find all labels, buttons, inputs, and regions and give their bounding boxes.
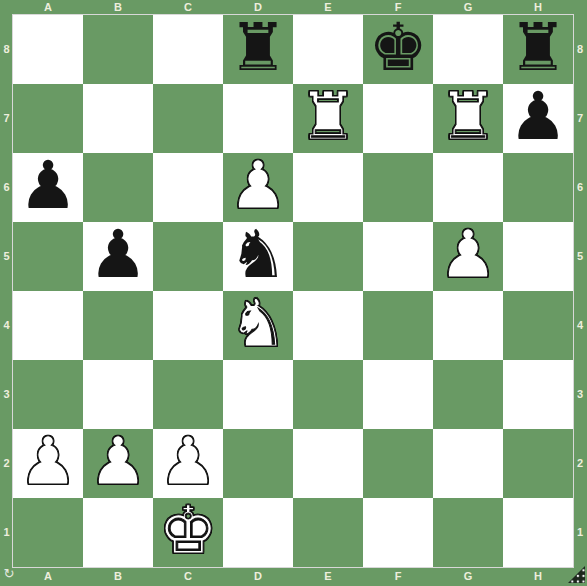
square-e2[interactable] (293, 429, 363, 498)
piece-white-pawn[interactable]: ♟ (228, 153, 287, 219)
square-a7[interactable] (13, 84, 83, 153)
file-label-bottom-h: H (503, 567, 573, 586)
file-label-top-b: B (83, 0, 153, 15)
square-f2[interactable] (363, 429, 433, 498)
rank-labels-left: 87654321 (0, 15, 13, 567)
square-a4[interactable] (13, 291, 83, 360)
rank-label-left-7: 7 (0, 84, 13, 153)
square-c3[interactable] (153, 360, 223, 429)
square-d5[interactable]: ♞ (223, 222, 293, 291)
square-g8[interactable] (433, 15, 503, 84)
square-h2[interactable] (503, 429, 573, 498)
square-a1[interactable] (13, 498, 83, 567)
square-a5[interactable] (13, 222, 83, 291)
square-c6[interactable] (153, 153, 223, 222)
file-label-bottom-b: B (83, 567, 153, 586)
piece-white-pawn[interactable]: ♟ (18, 429, 77, 495)
square-g5[interactable]: ♟ (433, 222, 503, 291)
rank-label-right-8: 8 (573, 15, 587, 84)
square-e6[interactable] (293, 153, 363, 222)
square-f5[interactable] (363, 222, 433, 291)
square-a2[interactable]: ♟ (13, 429, 83, 498)
piece-white-rook[interactable]: ♜ (298, 84, 357, 150)
file-label-top-e: E (293, 0, 363, 15)
file-label-bottom-g: G (433, 567, 503, 586)
square-h4[interactable] (503, 291, 573, 360)
square-b4[interactable] (83, 291, 153, 360)
rank-label-left-5: 5 (0, 222, 13, 291)
square-e3[interactable] (293, 360, 363, 429)
rank-labels-right: 87654321 (573, 15, 587, 567)
square-e1[interactable] (293, 498, 363, 567)
rank-label-right-3: 3 (573, 360, 587, 429)
piece-white-king[interactable]: ♚ (158, 498, 217, 564)
square-b2[interactable]: ♟ (83, 429, 153, 498)
square-e5[interactable] (293, 222, 363, 291)
rank-label-right-1: 1 (573, 498, 587, 567)
square-a8[interactable] (13, 15, 83, 84)
piece-black-pawn[interactable]: ♟ (18, 153, 77, 219)
square-a6[interactable]: ♟ (13, 153, 83, 222)
square-f1[interactable] (363, 498, 433, 567)
square-c8[interactable] (153, 15, 223, 84)
square-e7[interactable]: ♜ (293, 84, 363, 153)
piece-black-pawn[interactable]: ♟ (508, 84, 567, 150)
square-d3[interactable] (223, 360, 293, 429)
square-g3[interactable] (433, 360, 503, 429)
rank-label-left-1: 1 (0, 498, 13, 567)
square-h7[interactable]: ♟ (503, 84, 573, 153)
square-c5[interactable] (153, 222, 223, 291)
piece-white-rook[interactable]: ♜ (438, 84, 497, 150)
rotate-board-icon[interactable]: ↻ (2, 566, 16, 582)
file-label-bottom-a: A (13, 567, 83, 586)
square-f6[interactable] (363, 153, 433, 222)
square-g2[interactable] (433, 429, 503, 498)
piece-black-rook[interactable]: ♜ (228, 15, 287, 81)
rank-label-left-8: 8 (0, 15, 13, 84)
rank-label-right-7: 7 (573, 84, 587, 153)
square-a3[interactable] (13, 360, 83, 429)
piece-white-pawn[interactable]: ♟ (88, 429, 147, 495)
chess-app-window: ABCDEFGH 87654321 ♜♚♜♜♜♟♟♟♟♞♟♞♟♟♟♚ 87654… (0, 0, 587, 586)
piece-white-pawn[interactable]: ♟ (158, 429, 217, 495)
file-label-top-g: G (433, 0, 503, 15)
square-h5[interactable] (503, 222, 573, 291)
square-g7[interactable]: ♜ (433, 84, 503, 153)
square-g1[interactable] (433, 498, 503, 567)
rank-label-right-5: 5 (573, 222, 587, 291)
file-labels-top: ABCDEFGH (13, 0, 573, 15)
file-label-top-c: C (153, 0, 223, 15)
square-e8[interactable] (293, 15, 363, 84)
rank-label-left-4: 4 (0, 291, 13, 360)
square-d4[interactable]: ♞ (223, 291, 293, 360)
rank-label-left-3: 3 (0, 360, 13, 429)
square-f7[interactable] (363, 84, 433, 153)
square-h6[interactable] (503, 153, 573, 222)
square-b3[interactable] (83, 360, 153, 429)
square-h1[interactable] (503, 498, 573, 567)
rank-label-right-2: 2 (573, 429, 587, 498)
square-b5[interactable]: ♟ (83, 222, 153, 291)
square-d1[interactable] (223, 498, 293, 567)
square-h8[interactable]: ♜ (503, 15, 573, 84)
square-c7[interactable] (153, 84, 223, 153)
square-c2[interactable]: ♟ (153, 429, 223, 498)
square-d6[interactable]: ♟ (223, 153, 293, 222)
file-label-bottom-f: F (363, 567, 433, 586)
square-c1[interactable]: ♚ (153, 498, 223, 567)
file-labels-bottom: ABCDEFGH (13, 567, 573, 586)
piece-black-knight[interactable]: ♞ (228, 222, 287, 288)
square-d7[interactable] (223, 84, 293, 153)
rank-label-right-4: 4 (573, 291, 587, 360)
square-h3[interactable] (503, 360, 573, 429)
rank-label-right-6: 6 (573, 153, 587, 222)
file-label-top-a: A (13, 0, 83, 15)
square-b1[interactable] (83, 498, 153, 567)
file-label-bottom-d: D (223, 567, 293, 586)
square-b8[interactable] (83, 15, 153, 84)
square-f4[interactable] (363, 291, 433, 360)
piece-black-king[interactable]: ♚ (368, 15, 427, 81)
square-g6[interactable] (433, 153, 503, 222)
rank-label-left-6: 6 (0, 153, 13, 222)
square-e4[interactable] (293, 291, 363, 360)
rank-label-left-2: 2 (0, 429, 13, 498)
square-b7[interactable] (83, 84, 153, 153)
file-label-bottom-e: E (293, 567, 363, 586)
piece-white-knight[interactable]: ♞ (228, 291, 287, 357)
piece-black-pawn[interactable]: ♟ (88, 222, 147, 288)
square-d2[interactable] (223, 429, 293, 498)
file-label-bottom-c: C (153, 567, 223, 586)
piece-black-rook[interactable]: ♜ (508, 15, 567, 81)
square-b6[interactable] (83, 153, 153, 222)
piece-white-pawn[interactable]: ♟ (438, 222, 497, 288)
chess-board: ♜♚♜♜♜♟♟♟♟♞♟♞♟♟♟♚ (13, 15, 573, 567)
square-g4[interactable] (433, 291, 503, 360)
square-f8[interactable]: ♚ (363, 15, 433, 84)
square-f3[interactable] (363, 360, 433, 429)
square-d8[interactable]: ♜ (223, 15, 293, 84)
square-c4[interactable] (153, 291, 223, 360)
